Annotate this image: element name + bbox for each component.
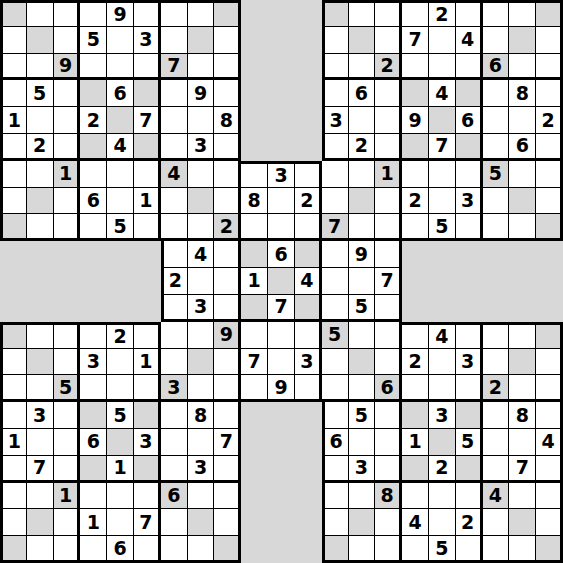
empty-cell-r4c6[interactable] — [161, 107, 188, 134]
empty-cell-r5c0[interactable] — [0, 134, 27, 161]
empty-cell-r13c12[interactable] — [322, 349, 349, 376]
empty-cell-r16c4[interactable] — [107, 429, 134, 456]
empty-cell-r4c14[interactable] — [375, 107, 402, 134]
empty-cell-r13c10[interactable] — [268, 349, 295, 376]
empty-cell-r17c20[interactable] — [536, 456, 563, 483]
empty-cell-r16c16[interactable] — [429, 429, 456, 456]
empty-cell-r14c4[interactable] — [107, 375, 134, 402]
empty-cell-r10c10[interactable] — [268, 268, 295, 295]
empty-cell-r11c9[interactable] — [241, 295, 268, 322]
empty-cell-r1c16[interactable] — [429, 27, 456, 54]
empty-cell-r19c8[interactable] — [214, 509, 241, 536]
empty-cell-r2c12[interactable] — [322, 54, 349, 81]
empty-cell-r20c20[interactable] — [536, 536, 563, 563]
empty-cell-r8c9[interactable] — [241, 214, 268, 241]
empty-cell-r0c5[interactable] — [134, 0, 161, 27]
empty-cell-r19c1[interactable] — [27, 509, 54, 536]
given-digit-r1c5: 3 — [134, 27, 161, 54]
empty-cell-r5c14[interactable] — [375, 134, 402, 161]
empty-cell-r1c4[interactable] — [107, 27, 134, 54]
empty-cell-r16c14[interactable] — [375, 429, 402, 456]
empty-cell-r3c0[interactable] — [0, 80, 27, 107]
given-digit-r7c17: 3 — [456, 188, 483, 215]
empty-cell-r17c2[interactable] — [54, 456, 81, 483]
empty-cell-r17c8[interactable] — [214, 456, 241, 483]
empty-cell-r13c8[interactable] — [214, 349, 241, 376]
empty-cell-r18c20[interactable] — [536, 483, 563, 510]
empty-cell-r6c20[interactable] — [536, 161, 563, 188]
empty-cell-r20c13[interactable] — [349, 536, 376, 563]
empty-cell-r2c1[interactable] — [27, 54, 54, 81]
empty-cell-r13c20[interactable] — [536, 349, 563, 376]
empty-cell-r1c1[interactable] — [27, 27, 54, 54]
empty-cell-r17c15[interactable] — [402, 456, 429, 483]
empty-cell-r15c20[interactable] — [536, 402, 563, 429]
empty-cell-r5c2[interactable] — [54, 134, 81, 161]
empty-cell-r1c7[interactable] — [188, 27, 215, 54]
empty-cell-r18c19[interactable] — [509, 483, 536, 510]
empty-cell-r7c7[interactable] — [188, 188, 215, 215]
empty-cell-r20c12[interactable] — [322, 536, 349, 563]
empty-cell-r14c7[interactable] — [188, 375, 215, 402]
empty-cell-r3c17[interactable] — [456, 80, 483, 107]
empty-cell-r0c7[interactable] — [188, 0, 215, 27]
empty-cell-r0c2[interactable] — [54, 0, 81, 27]
empty-cell-r8c20[interactable] — [536, 214, 563, 241]
empty-cell-r11c6[interactable] — [161, 295, 188, 322]
empty-cell-r3c5[interactable] — [134, 80, 161, 107]
empty-cell-r14c17[interactable] — [456, 375, 483, 402]
empty-cell-r17c17[interactable] — [456, 456, 483, 483]
empty-cell-r0c0[interactable] — [0, 0, 27, 27]
empty-cell-r1c8[interactable] — [214, 27, 241, 54]
empty-cell-r7c2[interactable] — [54, 188, 81, 215]
empty-cell-r14c20[interactable] — [536, 375, 563, 402]
given-digit-r3c13: 6 — [349, 80, 376, 107]
empty-cell-r4c16[interactable] — [429, 107, 456, 134]
empty-cell-r20c1[interactable] — [27, 536, 54, 563]
empty-cell-r1c12[interactable] — [322, 27, 349, 54]
empty-cell-r6c0[interactable] — [0, 161, 27, 188]
empty-cell-r3c12[interactable] — [322, 80, 349, 107]
empty-cell-r6c15[interactable] — [402, 161, 429, 188]
given-digit-r2c2: 9 — [54, 54, 81, 81]
empty-cell-r11c14[interactable] — [375, 295, 402, 322]
empty-cell-r17c0[interactable] — [0, 456, 27, 483]
given-digit-r17c13: 3 — [349, 456, 376, 483]
gap-r3c9 — [241, 80, 268, 107]
empty-cell-r2c20[interactable] — [536, 54, 563, 81]
empty-cell-r8c7[interactable] — [188, 214, 215, 241]
empty-cell-r0c6[interactable] — [161, 0, 188, 27]
empty-cell-r12c6[interactable] — [161, 322, 188, 349]
empty-cell-r9c8[interactable] — [214, 241, 241, 268]
empty-cell-r10c13[interactable] — [349, 268, 376, 295]
given-digit-r1c15: 7 — [402, 27, 429, 54]
empty-cell-r12c3[interactable] — [80, 322, 107, 349]
empty-cell-r20c19[interactable] — [509, 536, 536, 563]
empty-cell-r7c14[interactable] — [375, 188, 402, 215]
empty-cell-r17c14[interactable] — [375, 456, 402, 483]
empty-cell-r4c4[interactable] — [107, 107, 134, 134]
empty-cell-r13c13[interactable] — [349, 349, 376, 376]
empty-cell-r2c3[interactable] — [80, 54, 107, 81]
empty-cell-r7c4[interactable] — [107, 188, 134, 215]
empty-cell-r8c19[interactable] — [509, 214, 536, 241]
empty-cell-r12c0[interactable] — [0, 322, 27, 349]
empty-cell-r12c2[interactable] — [54, 322, 81, 349]
empty-cell-r5c3[interactable] — [80, 134, 107, 161]
empty-cell-r12c10[interactable] — [268, 322, 295, 349]
empty-cell-r2c19[interactable] — [509, 54, 536, 81]
empty-cell-r3c6[interactable] — [161, 80, 188, 107]
empty-cell-r5c17[interactable] — [456, 134, 483, 161]
empty-cell-r19c14[interactable] — [375, 509, 402, 536]
empty-cell-r8c10[interactable] — [268, 214, 295, 241]
empty-cell-r6c1[interactable] — [27, 161, 54, 188]
empty-cell-r0c8[interactable] — [214, 0, 241, 27]
empty-cell-r13c2[interactable] — [54, 349, 81, 376]
empty-cell-r20c0[interactable] — [0, 536, 27, 563]
empty-cell-r1c0[interactable] — [0, 27, 27, 54]
empty-cell-r2c4[interactable] — [107, 54, 134, 81]
empty-cell-r15c12[interactable] — [322, 402, 349, 429]
empty-cell-r15c17[interactable] — [456, 402, 483, 429]
empty-cell-r18c1[interactable] — [27, 483, 54, 510]
empty-cell-r6c11[interactable] — [295, 161, 322, 188]
empty-cell-r1c13[interactable] — [349, 27, 376, 54]
empty-cell-r8c13[interactable] — [349, 214, 376, 241]
given-digit-r5c1: 2 — [27, 134, 54, 161]
given-digit-r12c4: 2 — [107, 322, 134, 349]
empty-cell-r4c18[interactable] — [483, 107, 510, 134]
empty-cell-r3c8[interactable] — [214, 80, 241, 107]
empty-cell-r19c16[interactable] — [429, 509, 456, 536]
empty-cell-r16c18[interactable] — [483, 429, 510, 456]
empty-cell-r14c12[interactable] — [322, 375, 349, 402]
empty-cell-r13c14[interactable] — [375, 349, 402, 376]
empty-cell-r20c17[interactable] — [456, 536, 483, 563]
empty-cell-r14c5[interactable] — [134, 375, 161, 402]
empty-cell-r19c4[interactable] — [107, 509, 134, 536]
empty-cell-r13c16[interactable] — [429, 349, 456, 376]
empty-cell-r3c14[interactable] — [375, 80, 402, 107]
empty-cell-r8c1[interactable] — [27, 214, 54, 241]
empty-cell-r4c7[interactable] — [188, 107, 215, 134]
empty-cell-r19c19[interactable] — [509, 509, 536, 536]
empty-cell-r7c0[interactable] — [0, 188, 27, 215]
empty-cell-r14c3[interactable] — [80, 375, 107, 402]
empty-cell-r15c14[interactable] — [375, 402, 402, 429]
empty-cell-r13c1[interactable] — [27, 349, 54, 376]
empty-cell-r8c6[interactable] — [161, 214, 188, 241]
empty-cell-r18c0[interactable] — [0, 483, 27, 510]
empty-cell-r19c12[interactable] — [322, 509, 349, 536]
gap-r18c10 — [268, 483, 295, 510]
empty-cell-r9c9[interactable] — [241, 241, 268, 268]
empty-cell-r8c5[interactable] — [134, 214, 161, 241]
empty-cell-r19c7[interactable] — [188, 509, 215, 536]
empty-cell-r1c2[interactable] — [54, 27, 81, 54]
empty-cell-r15c5[interactable] — [134, 402, 161, 429]
empty-cell-r15c15[interactable] — [402, 402, 429, 429]
given-digit-r1c17: 4 — [456, 27, 483, 54]
empty-cell-r2c0[interactable] — [0, 54, 27, 81]
empty-cell-r12c9[interactable] — [241, 322, 268, 349]
empty-cell-r2c15[interactable] — [402, 54, 429, 81]
empty-cell-r20c15[interactable] — [402, 536, 429, 563]
empty-cell-r18c13[interactable] — [349, 483, 376, 510]
empty-cell-r1c14[interactable] — [375, 27, 402, 54]
empty-cell-r0c1[interactable] — [27, 0, 54, 27]
empty-cell-r17c12[interactable] — [322, 456, 349, 483]
given-digit-r3c16: 4 — [429, 80, 456, 107]
empty-cell-r7c19[interactable] — [509, 188, 536, 215]
empty-cell-r2c7[interactable] — [188, 54, 215, 81]
empty-cell-r7c16[interactable] — [429, 188, 456, 215]
empty-cell-r14c1[interactable] — [27, 375, 54, 402]
empty-cell-r19c0[interactable] — [0, 509, 27, 536]
empty-cell-r7c6[interactable] — [161, 188, 188, 215]
empty-cell-r7c18[interactable] — [483, 188, 510, 215]
empty-cell-r11c8[interactable] — [214, 295, 241, 322]
empty-cell-r8c18[interactable] — [483, 214, 510, 241]
empty-cell-r18c16[interactable] — [429, 483, 456, 510]
empty-cell-r8c17[interactable] — [456, 214, 483, 241]
empty-cell-r3c2[interactable] — [54, 80, 81, 107]
empty-cell-r9c14[interactable] — [375, 241, 402, 268]
empty-cell-r8c2[interactable] — [54, 214, 81, 241]
empty-cell-r5c8[interactable] — [214, 134, 241, 161]
empty-cell-r2c13[interactable] — [349, 54, 376, 81]
empty-cell-r12c7[interactable] — [188, 322, 215, 349]
empty-cell-r0c14[interactable] — [375, 0, 402, 27]
empty-cell-r5c20[interactable] — [536, 134, 563, 161]
empty-cell-r7c1[interactable] — [27, 188, 54, 215]
empty-cell-r3c15[interactable] — [402, 80, 429, 107]
gap-r11c20 — [536, 295, 563, 322]
empty-cell-r3c18[interactable] — [483, 80, 510, 107]
empty-cell-r9c12[interactable] — [322, 241, 349, 268]
empty-cell-r0c3[interactable] — [80, 0, 107, 27]
empty-cell-r13c19[interactable] — [509, 349, 536, 376]
empty-cell-r12c5[interactable] — [134, 322, 161, 349]
empty-cell-r7c12[interactable] — [322, 188, 349, 215]
given-digit-r11c13: 5 — [349, 295, 376, 322]
given-digit-r13c17: 3 — [456, 349, 483, 376]
empty-cell-r8c3[interactable] — [80, 214, 107, 241]
empty-cell-r15c18[interactable] — [483, 402, 510, 429]
given-digit-r13c3: 3 — [80, 349, 107, 376]
gap-r9c20 — [536, 241, 563, 268]
empty-cell-r8c11[interactable] — [295, 214, 322, 241]
empty-cell-r19c13[interactable] — [349, 509, 376, 536]
given-digit-r8c8: 2 — [214, 214, 241, 241]
empty-cell-r17c3[interactable] — [80, 456, 107, 483]
empty-cell-r1c20[interactable] — [536, 27, 563, 54]
empty-cell-r5c12[interactable] — [322, 134, 349, 161]
empty-cell-r5c6[interactable] — [161, 134, 188, 161]
empty-cell-r14c19[interactable] — [509, 375, 536, 402]
given-digit-r9c7: 4 — [188, 241, 215, 268]
empty-cell-r18c3[interactable] — [80, 483, 107, 510]
empty-cell-r11c11[interactable] — [295, 295, 322, 322]
empty-cell-r6c8[interactable] — [214, 161, 241, 188]
empty-cell-r2c16[interactable] — [429, 54, 456, 81]
empty-cell-r20c7[interactable] — [188, 536, 215, 563]
empty-cell-r7c8[interactable] — [214, 188, 241, 215]
empty-cell-r18c15[interactable] — [402, 483, 429, 510]
empty-cell-r8c14[interactable] — [375, 214, 402, 241]
empty-cell-r13c0[interactable] — [0, 349, 27, 376]
empty-cell-r12c14[interactable] — [375, 322, 402, 349]
empty-cell-r6c5[interactable] — [134, 161, 161, 188]
empty-cell-r6c7[interactable] — [188, 161, 215, 188]
empty-cell-r15c2[interactable] — [54, 402, 81, 429]
empty-cell-r16c2[interactable] — [54, 429, 81, 456]
empty-cell-r20c18[interactable] — [483, 536, 510, 563]
empty-cell-r20c8[interactable] — [214, 536, 241, 563]
empty-cell-r16c1[interactable] — [27, 429, 54, 456]
empty-cell-r10c12[interactable] — [322, 268, 349, 295]
empty-cell-r12c19[interactable] — [509, 322, 536, 349]
given-digit-r15c13: 5 — [349, 402, 376, 429]
empty-cell-r3c20[interactable] — [536, 80, 563, 107]
empty-cell-r14c15[interactable] — [402, 375, 429, 402]
empty-cell-r14c11[interactable] — [295, 375, 322, 402]
empty-cell-r16c7[interactable] — [188, 429, 215, 456]
empty-cell-r6c16[interactable] — [429, 161, 456, 188]
empty-cell-r17c18[interactable] — [483, 456, 510, 483]
empty-cell-r18c8[interactable] — [214, 483, 241, 510]
empty-cell-r7c20[interactable] — [536, 188, 563, 215]
empty-cell-r12c18[interactable] — [483, 322, 510, 349]
empty-cell-r1c6[interactable] — [161, 27, 188, 54]
empty-cell-r4c19[interactable] — [509, 107, 536, 134]
empty-cell-r19c6[interactable] — [161, 509, 188, 536]
empty-cell-r10c7[interactable] — [188, 268, 215, 295]
empty-cell-r6c3[interactable] — [80, 161, 107, 188]
empty-cell-r18c17[interactable] — [456, 483, 483, 510]
empty-cell-r18c5[interactable] — [134, 483, 161, 510]
empty-cell-r5c5[interactable] — [134, 134, 161, 161]
empty-cell-r1c19[interactable] — [509, 27, 536, 54]
empty-cell-r2c5[interactable] — [134, 54, 161, 81]
empty-cell-r15c8[interactable] — [214, 402, 241, 429]
empty-cell-r6c4[interactable] — [107, 161, 134, 188]
empty-cell-r0c13[interactable] — [349, 0, 376, 27]
empty-cell-r12c11[interactable] — [295, 322, 322, 349]
gap-r10c1 — [27, 268, 54, 295]
empty-cell-r14c16[interactable] — [429, 375, 456, 402]
empty-cell-r20c14[interactable] — [375, 536, 402, 563]
empty-cell-r12c17[interactable] — [456, 322, 483, 349]
given-digit-r6c18: 5 — [483, 161, 510, 188]
empty-cell-r6c12[interactable] — [322, 161, 349, 188]
empty-cell-r7c13[interactable] — [349, 188, 376, 215]
empty-cell-r19c2[interactable] — [54, 509, 81, 536]
empty-cell-r14c8[interactable] — [214, 375, 241, 402]
given-digit-r17c7: 3 — [188, 456, 215, 483]
gap-r17c9 — [241, 456, 268, 483]
empty-cell-r20c6[interactable] — [161, 536, 188, 563]
gap-r18c11 — [295, 483, 322, 510]
empty-cell-r18c12[interactable] — [322, 483, 349, 510]
empty-cell-r7c10[interactable] — [268, 188, 295, 215]
empty-cell-r16c19[interactable] — [509, 429, 536, 456]
empty-cell-r17c5[interactable] — [134, 456, 161, 483]
empty-cell-r12c20[interactable] — [536, 322, 563, 349]
empty-cell-r13c18[interactable] — [483, 349, 510, 376]
empty-cell-r0c19[interactable] — [509, 0, 536, 27]
empty-cell-r17c6[interactable] — [161, 456, 188, 483]
empty-cell-r14c13[interactable] — [349, 375, 376, 402]
empty-cell-r16c13[interactable] — [349, 429, 376, 456]
empty-cell-r10c8[interactable] — [214, 268, 241, 295]
empty-cell-r2c17[interactable] — [456, 54, 483, 81]
given-digit-r12c12: 5 — [322, 322, 349, 349]
empty-cell-r0c12[interactable] — [322, 0, 349, 27]
empty-cell-r13c4[interactable] — [107, 349, 134, 376]
empty-cell-r0c17[interactable] — [456, 0, 483, 27]
empty-cell-r4c2[interactable] — [54, 107, 81, 134]
empty-cell-r12c13[interactable] — [349, 322, 376, 349]
empty-cell-r0c15[interactable] — [402, 0, 429, 27]
given-digit-r15c4: 5 — [107, 402, 134, 429]
empty-cell-r4c13[interactable] — [349, 107, 376, 134]
empty-cell-r5c18[interactable] — [483, 134, 510, 161]
empty-cell-r9c6[interactable] — [161, 241, 188, 268]
empty-cell-r8c0[interactable] — [0, 214, 27, 241]
gap-r20c10 — [268, 536, 295, 563]
empty-cell-r8c15[interactable] — [402, 214, 429, 241]
empty-cell-r15c0[interactable] — [0, 402, 27, 429]
empty-cell-r13c7[interactable] — [188, 349, 215, 376]
empty-cell-r6c13[interactable] — [349, 161, 376, 188]
empty-cell-r4c1[interactable] — [27, 107, 54, 134]
empty-cell-r9c11[interactable] — [295, 241, 322, 268]
empty-cell-r0c20[interactable] — [536, 0, 563, 27]
gap-r10c4 — [107, 268, 134, 295]
empty-cell-r11c12[interactable] — [322, 295, 349, 322]
empty-cell-r13c6[interactable] — [161, 349, 188, 376]
empty-cell-r20c3[interactable] — [80, 536, 107, 563]
empty-cell-r12c15[interactable] — [402, 322, 429, 349]
gap-r1c9 — [241, 27, 268, 54]
empty-cell-r2c8[interactable] — [214, 54, 241, 81]
empty-cell-r18c4[interactable] — [107, 483, 134, 510]
given-digit-r3c7: 9 — [188, 80, 215, 107]
empty-cell-r15c6[interactable] — [161, 402, 188, 429]
empty-cell-r6c17[interactable] — [456, 161, 483, 188]
empty-cell-r20c2[interactable] — [54, 536, 81, 563]
empty-cell-r0c18[interactable] — [483, 0, 510, 27]
empty-cell-r6c9[interactable] — [241, 161, 268, 188]
empty-cell-r3c3[interactable] — [80, 80, 107, 107]
empty-cell-r19c18[interactable] — [483, 509, 510, 536]
empty-cell-r18c7[interactable] — [188, 483, 215, 510]
empty-cell-r16c6[interactable] — [161, 429, 188, 456]
empty-cell-r5c15[interactable] — [402, 134, 429, 161]
empty-cell-r1c18[interactable] — [483, 27, 510, 54]
empty-cell-r6c19[interactable] — [509, 161, 536, 188]
empty-cell-r14c0[interactable] — [0, 375, 27, 402]
empty-cell-r12c1[interactable] — [27, 322, 54, 349]
empty-cell-r14c9[interactable] — [241, 375, 268, 402]
empty-cell-r15c3[interactable] — [80, 402, 107, 429]
empty-cell-r19c20[interactable] — [536, 509, 563, 536]
empty-cell-r20c5[interactable] — [134, 536, 161, 563]
